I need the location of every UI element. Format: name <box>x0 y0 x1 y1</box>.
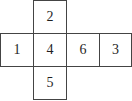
net-cell-r0c1: 2 <box>33 0 67 34</box>
net-cell-r1c3: 3 <box>99 33 132 67</box>
face-number: 1 <box>14 43 21 57</box>
face-number: 3 <box>112 43 119 57</box>
net-cell-r2c1: 5 <box>33 66 67 100</box>
face-number: 4 <box>47 43 54 57</box>
net-cell-r1c2: 6 <box>66 33 100 67</box>
cube-net-board: 2 1 4 6 3 5 <box>0 0 132 101</box>
net-cell-r1c1: 4 <box>33 33 67 67</box>
face-number: 2 <box>47 10 54 24</box>
face-number: 6 <box>80 43 87 57</box>
net-cell-r1c0: 1 <box>0 33 34 67</box>
face-number: 5 <box>47 76 54 90</box>
